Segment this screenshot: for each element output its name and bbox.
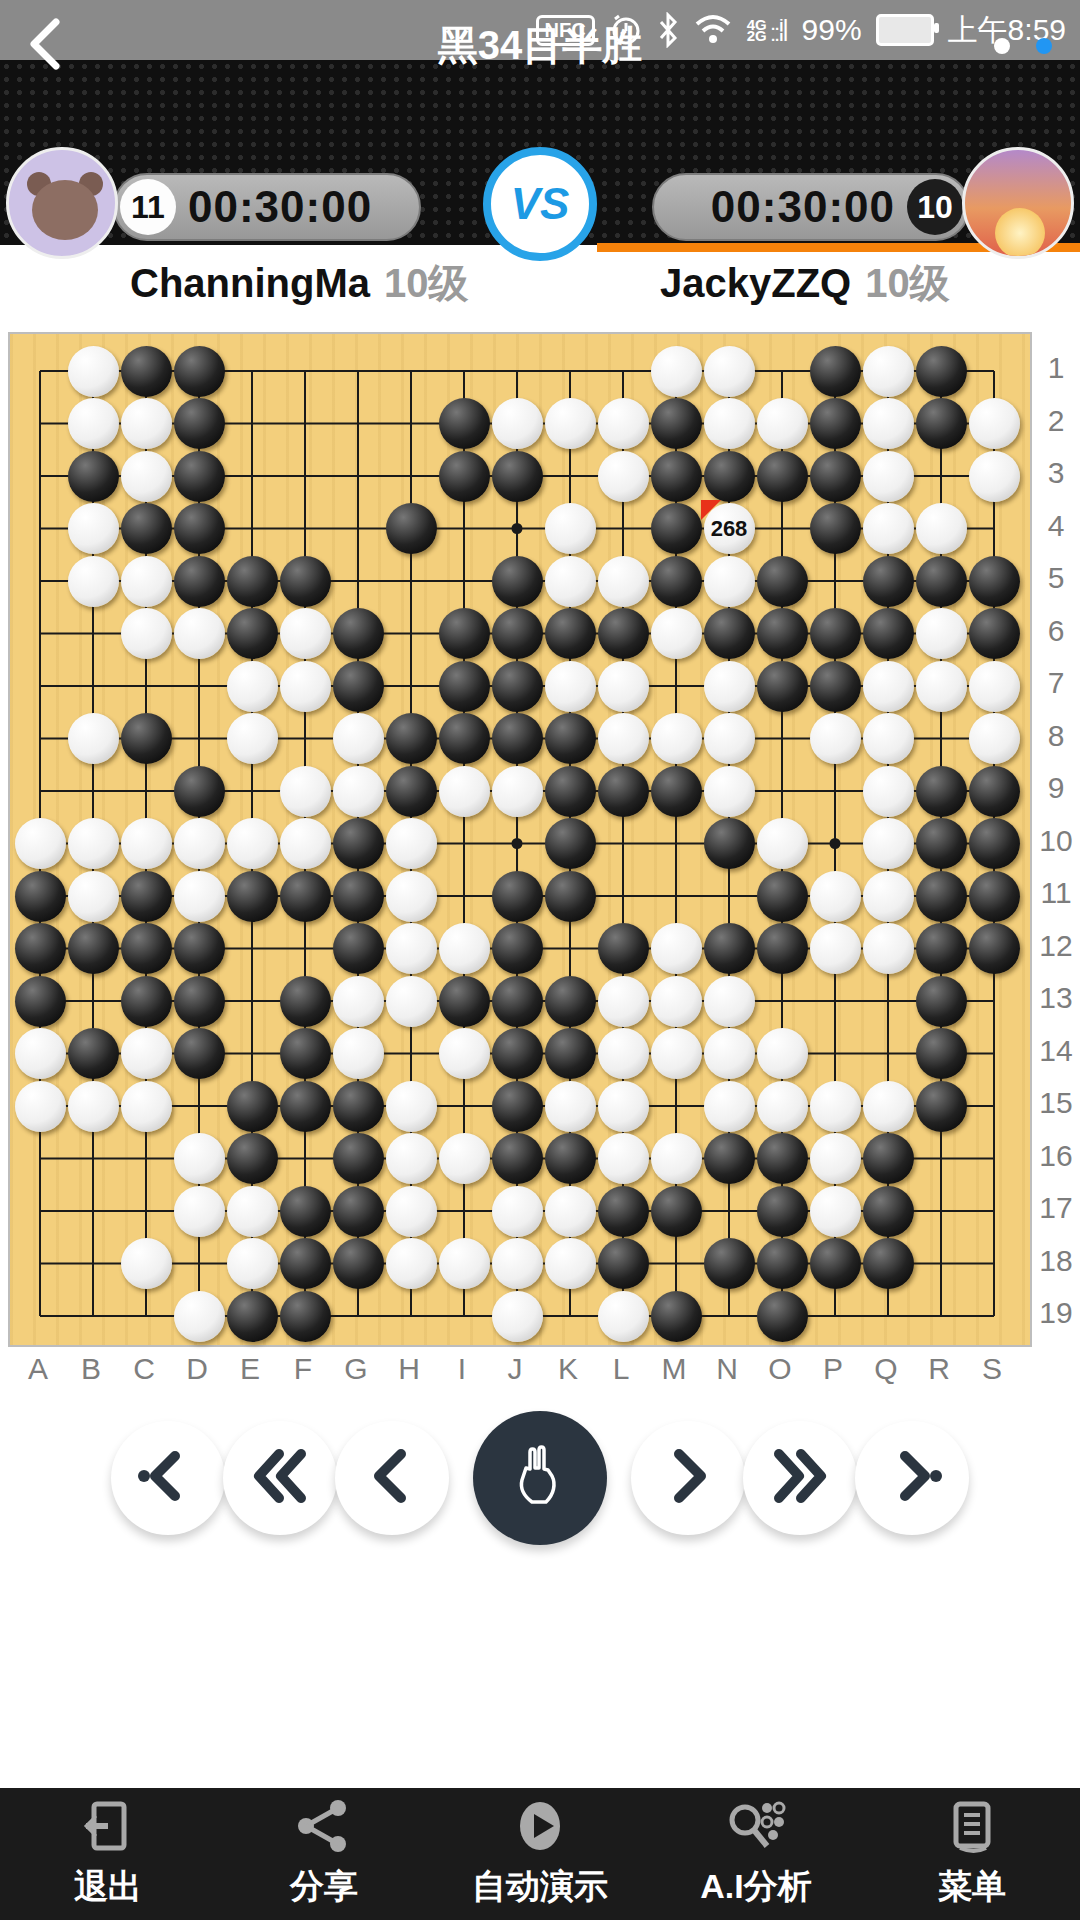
stone-white-K2 <box>545 398 596 449</box>
stone-white-Q10 <box>863 818 914 869</box>
stone-black-R11 <box>916 871 967 922</box>
stone-white-H17 <box>386 1186 437 1237</box>
stone-white-S7 <box>969 661 1020 712</box>
right-timer-pill: 00:30:00 10 <box>652 173 970 241</box>
stone-white-M12 <box>651 923 702 974</box>
stone-white-J18 <box>492 1238 543 1289</box>
col-label-G: G <box>330 1352 383 1386</box>
stone-white-I16 <box>439 1133 490 1184</box>
left-avatar[interactable] <box>6 147 118 259</box>
stone-white-N2 <box>704 398 755 449</box>
stone-black-A11 <box>15 871 66 922</box>
stone-black-G17 <box>333 1186 384 1237</box>
stone-white-D10 <box>174 818 225 869</box>
col-label-O: O <box>754 1352 807 1386</box>
stone-white-Q12 <box>863 923 914 974</box>
stone-white-K18 <box>545 1238 596 1289</box>
stone-white-C5 <box>121 556 172 607</box>
row-label-19: 19 <box>1036 1296 1076 1330</box>
stone-black-S6 <box>969 608 1020 659</box>
stone-black-D2 <box>174 398 225 449</box>
first-move-icon <box>133 1441 203 1515</box>
stone-white-P8 <box>810 713 861 764</box>
stone-black-L17 <box>598 1186 649 1237</box>
nav-back[interactable] <box>335 1421 449 1535</box>
stone-white-I12 <box>439 923 490 974</box>
stone-black-R9 <box>916 766 967 817</box>
stone-black-O11 <box>757 871 808 922</box>
stone-white-C14 <box>121 1028 172 1079</box>
row-label-8: 8 <box>1036 719 1076 753</box>
toolbar-share[interactable]: 分享 <box>234 1798 414 1910</box>
stone-white-S8 <box>969 713 1020 764</box>
col-label-B: B <box>65 1352 118 1386</box>
right-count-badge: 10 <box>907 179 963 235</box>
stone-white-A10 <box>15 818 66 869</box>
nav-first[interactable] <box>111 1421 225 1535</box>
nav-forward[interactable] <box>631 1421 745 1535</box>
stone-white-B4 <box>68 503 119 554</box>
stone-black-F5 <box>280 556 331 607</box>
stone-black-I3 <box>439 451 490 502</box>
stone-white-P16 <box>810 1133 861 1184</box>
col-label-H: H <box>383 1352 436 1386</box>
stone-black-C12 <box>121 923 172 974</box>
row-label-16: 16 <box>1036 1139 1076 1173</box>
left-timer-pill: 11 00:30:00 <box>113 173 421 241</box>
stone-black-Q5 <box>863 556 914 607</box>
stone-black-J5 <box>492 556 543 607</box>
left-count-badge: 11 <box>120 179 176 235</box>
stone-black-J7 <box>492 661 543 712</box>
stone-black-B14 <box>68 1028 119 1079</box>
fast-back-icon <box>245 1441 315 1515</box>
stone-white-M8 <box>651 713 702 764</box>
stone-white-N8 <box>704 713 755 764</box>
stone-black-E19 <box>227 1291 278 1342</box>
stone-white-N14 <box>704 1028 755 1079</box>
stone-black-R5 <box>916 556 967 607</box>
stone-white-G9 <box>333 766 384 817</box>
stone-black-C8 <box>121 713 172 764</box>
row-label-18: 18 <box>1036 1244 1076 1278</box>
stone-black-G16 <box>333 1133 384 1184</box>
stone-white-Q1 <box>863 346 914 397</box>
stone-white-M6 <box>651 608 702 659</box>
right-avatar[interactable] <box>962 147 1074 259</box>
row-label-10: 10 <box>1036 824 1076 858</box>
stone-white-J2 <box>492 398 543 449</box>
toolbar-ai[interactable]: A.I分析 <box>666 1798 846 1910</box>
stone-black-K6 <box>545 608 596 659</box>
row-label-12: 12 <box>1036 929 1076 963</box>
stone-white-F9 <box>280 766 331 817</box>
toolbar-autoplay-label: 自动演示 <box>472 1864 608 1910</box>
stone-black-H9 <box>386 766 437 817</box>
stone-black-L9 <box>598 766 649 817</box>
stone-black-D14 <box>174 1028 225 1079</box>
stone-black-M9 <box>651 766 702 817</box>
stone-black-E16 <box>227 1133 278 1184</box>
col-label-N: N <box>701 1352 754 1386</box>
row-label-1: 1 <box>1036 351 1076 385</box>
col-label-K: K <box>542 1352 595 1386</box>
stone-white-D17 <box>174 1186 225 1237</box>
stone-black-O19 <box>757 1291 808 1342</box>
stone-white-J17 <box>492 1186 543 1237</box>
stone-black-D12 <box>174 923 225 974</box>
stone-white-D16 <box>174 1133 225 1184</box>
stone-white-Q15 <box>863 1081 914 1132</box>
stone-black-F18 <box>280 1238 331 1289</box>
stone-black-M3 <box>651 451 702 502</box>
stone-black-R14 <box>916 1028 967 1079</box>
stone-black-L6 <box>598 608 649 659</box>
row-label-14: 14 <box>1036 1034 1076 1068</box>
nav-last[interactable] <box>855 1421 969 1535</box>
col-label-P: P <box>807 1352 860 1386</box>
stone-white-N7 <box>704 661 755 712</box>
stone-white-L5 <box>598 556 649 607</box>
stone-black-F15 <box>280 1081 331 1132</box>
avatar-decoration <box>32 180 98 240</box>
stone-white-F6 <box>280 608 331 659</box>
stone-black-N12 <box>704 923 755 974</box>
stone-white-D19 <box>174 1291 225 1342</box>
stone-black-M17 <box>651 1186 702 1237</box>
row-label-15: 15 <box>1036 1086 1076 1120</box>
nav-fast-back[interactable] <box>223 1421 337 1535</box>
stone-black-E6 <box>227 608 278 659</box>
stone-black-G7 <box>333 661 384 712</box>
col-label-D: D <box>171 1352 224 1386</box>
toolbar-menu[interactable]: 菜单 <box>882 1798 1062 1910</box>
stone-black-Q6 <box>863 608 914 659</box>
stone-black-G12 <box>333 923 384 974</box>
stone-black-I13 <box>439 976 490 1027</box>
stone-black-D1 <box>174 346 225 397</box>
stone-black-H8 <box>386 713 437 764</box>
stone-white-B11 <box>68 871 119 922</box>
col-label-I: I <box>436 1352 489 1386</box>
toolbar-autoplay[interactable]: 自动演示 <box>450 1798 630 1910</box>
stone-white-L19 <box>598 1291 649 1342</box>
stone-white-N5 <box>704 556 755 607</box>
stone-white-L2 <box>598 398 649 449</box>
stone-black-P1 <box>810 346 861 397</box>
stone-black-S9 <box>969 766 1020 817</box>
stone-white-B1 <box>68 346 119 397</box>
row-label-9: 9 <box>1036 771 1076 805</box>
page-title: 黑34目半胜 <box>0 18 1080 73</box>
stone-black-C13 <box>121 976 172 1027</box>
col-label-Q: Q <box>860 1352 913 1386</box>
stone-white-G13 <box>333 976 384 1027</box>
stone-black-J15 <box>492 1081 543 1132</box>
row-label-3: 3 <box>1036 456 1076 490</box>
page-dots[interactable] <box>994 38 1052 54</box>
stone-white-O2 <box>757 398 808 449</box>
stone-black-I6 <box>439 608 490 659</box>
stone-black-G6 <box>333 608 384 659</box>
stone-black-C4 <box>121 503 172 554</box>
stone-white-Q4 <box>863 503 914 554</box>
ai-icon <box>725 1798 787 1858</box>
stone-white-E18 <box>227 1238 278 1289</box>
stone-white-N1 <box>704 346 755 397</box>
stone-black-M5 <box>651 556 702 607</box>
right-timer: 00:30:00 <box>699 182 907 232</box>
stone-black-D4 <box>174 503 225 554</box>
stone-black-I7 <box>439 661 490 712</box>
stone-black-B12 <box>68 923 119 974</box>
stone-white-L3 <box>598 451 649 502</box>
vs-badge: VS <box>483 147 597 261</box>
stone-white-Q7 <box>863 661 914 712</box>
stone-black-O6 <box>757 608 808 659</box>
page-dot-1[interactable] <box>994 38 1010 54</box>
stone-white-S3 <box>969 451 1020 502</box>
stone-white-B5 <box>68 556 119 607</box>
stone-white-Q11 <box>863 871 914 922</box>
stone-black-J14 <box>492 1028 543 1079</box>
back-icon <box>357 1441 427 1515</box>
last-move-number: 268 <box>704 503 755 554</box>
row-label-17: 17 <box>1036 1191 1076 1225</box>
stone-black-G10 <box>333 818 384 869</box>
stone-black-O5 <box>757 556 808 607</box>
col-label-J: J <box>489 1352 542 1386</box>
stone-white-E17 <box>227 1186 278 1237</box>
stone-black-J12 <box>492 923 543 974</box>
col-label-R: R <box>913 1352 966 1386</box>
stone-black-O16 <box>757 1133 808 1184</box>
stone-black-G15 <box>333 1081 384 1132</box>
row-label-6: 6 <box>1036 614 1076 648</box>
stone-black-S12 <box>969 923 1020 974</box>
stone-white-B8 <box>68 713 119 764</box>
left-player-name: ChanningMa10级 <box>130 256 468 311</box>
stone-black-S11 <box>969 871 1020 922</box>
stone-white-I14 <box>439 1028 490 1079</box>
stone-black-J6 <box>492 608 543 659</box>
stone-white-D11 <box>174 871 225 922</box>
toolbar-exit[interactable]: 退出 <box>18 1798 198 1910</box>
stone-white-F7 <box>280 661 331 712</box>
stone-black-L12 <box>598 923 649 974</box>
stone-white-P17 <box>810 1186 861 1237</box>
nav-fast-forward[interactable] <box>743 1421 857 1535</box>
stone-black-D3 <box>174 451 225 502</box>
stone-black-S5 <box>969 556 1020 607</box>
stone-black-E5 <box>227 556 278 607</box>
menu-icon <box>944 1798 1000 1858</box>
stone-black-F11 <box>280 871 331 922</box>
toolbar-exit-label: 退出 <box>74 1864 142 1910</box>
stone-black-P4 <box>810 503 861 554</box>
stone-black-D13 <box>174 976 225 1027</box>
stone-white-H10 <box>386 818 437 869</box>
stone-black-P3 <box>810 451 861 502</box>
stone-black-R1 <box>916 346 967 397</box>
stone-white-R6 <box>916 608 967 659</box>
avatar-decoration <box>53 212 79 230</box>
stone-white-J9 <box>492 766 543 817</box>
stone-white-M13 <box>651 976 702 1027</box>
stone-white-C18 <box>121 1238 172 1289</box>
stone-white-Q8 <box>863 713 914 764</box>
stone-white-I18 <box>439 1238 490 1289</box>
stone-black-R12 <box>916 923 967 974</box>
stone-white-H16 <box>386 1133 437 1184</box>
fast-forward-icon <box>765 1441 835 1515</box>
stone-black-K16 <box>545 1133 596 1184</box>
stone-white-H11 <box>386 871 437 922</box>
stone-white-R7 <box>916 661 967 712</box>
stone-black-D9 <box>174 766 225 817</box>
stone-black-J16 <box>492 1133 543 1184</box>
nav-hand[interactable] <box>473 1411 607 1545</box>
stone-white-K15 <box>545 1081 596 1132</box>
stone-white-P11 <box>810 871 861 922</box>
stone-black-M4 <box>651 503 702 554</box>
stone-black-K9 <box>545 766 596 817</box>
stone-white-B15 <box>68 1081 119 1132</box>
col-label-F: F <box>277 1352 330 1386</box>
stone-white-N4: 268 <box>704 503 755 554</box>
stone-white-G14 <box>333 1028 384 1079</box>
stone-black-F19 <box>280 1291 331 1342</box>
stone-black-G18 <box>333 1238 384 1289</box>
stone-white-L13 <box>598 976 649 1027</box>
stone-black-J13 <box>492 976 543 1027</box>
stone-white-L7 <box>598 661 649 712</box>
stone-black-O18 <box>757 1238 808 1289</box>
stone-white-C15 <box>121 1081 172 1132</box>
stone-black-K13 <box>545 976 596 1027</box>
stone-white-B10 <box>68 818 119 869</box>
stone-white-L8 <box>598 713 649 764</box>
exit-icon <box>80 1798 136 1858</box>
stone-black-Q18 <box>863 1238 914 1289</box>
stone-white-D6 <box>174 608 225 659</box>
stone-black-K11 <box>545 871 596 922</box>
stone-white-C6 <box>121 608 172 659</box>
stone-black-M19 <box>651 1291 702 1342</box>
row-label-7: 7 <box>1036 666 1076 700</box>
col-label-M: M <box>648 1352 701 1386</box>
stone-black-K14 <box>545 1028 596 1079</box>
stone-white-O15 <box>757 1081 808 1132</box>
stone-black-D5 <box>174 556 225 607</box>
row-label-11: 11 <box>1036 876 1076 910</box>
stone-white-G8 <box>333 713 384 764</box>
stone-white-A14 <box>15 1028 66 1079</box>
stone-black-R13 <box>916 976 967 1027</box>
stone-black-P6 <box>810 608 861 659</box>
stone-black-S10 <box>969 818 1020 869</box>
stone-black-B3 <box>68 451 119 502</box>
stone-white-L14 <box>598 1028 649 1079</box>
toolbar-ai-label: A.I分析 <box>700 1864 811 1910</box>
stone-white-J19 <box>492 1291 543 1342</box>
stone-white-Q9 <box>863 766 914 817</box>
stone-white-N13 <box>704 976 755 1027</box>
stone-black-N18 <box>704 1238 755 1289</box>
stone-black-O3 <box>757 451 808 502</box>
stone-white-Q2 <box>863 398 914 449</box>
share-icon <box>296 1798 352 1858</box>
stone-black-P2 <box>810 398 861 449</box>
col-label-E: E <box>224 1352 277 1386</box>
stone-black-K8 <box>545 713 596 764</box>
stone-black-P18 <box>810 1238 861 1289</box>
stone-black-F17 <box>280 1186 331 1237</box>
row-label-13: 13 <box>1036 981 1076 1015</box>
stone-black-G11 <box>333 871 384 922</box>
row-label-5: 5 <box>1036 561 1076 595</box>
stone-white-H13 <box>386 976 437 1027</box>
stone-white-E8 <box>227 713 278 764</box>
stone-white-K17 <box>545 1186 596 1237</box>
stone-black-J8 <box>492 713 543 764</box>
stone-black-R15 <box>916 1081 967 1132</box>
stone-black-E11 <box>227 871 278 922</box>
stone-black-N6 <box>704 608 755 659</box>
stone-white-B2 <box>68 398 119 449</box>
stone-white-K7 <box>545 661 596 712</box>
avatar-decoration <box>995 208 1045 258</box>
stone-white-O14 <box>757 1028 808 1079</box>
bottom-toolbar: 退出 分享 自动演示 A.I分析 菜单 <box>0 1788 1080 1920</box>
stone-black-I2 <box>439 398 490 449</box>
left-timer: 00:30:00 <box>176 182 384 232</box>
left-player-rank: 10级 <box>384 261 469 305</box>
hand-icon <box>502 1438 578 1518</box>
stone-white-P12 <box>810 923 861 974</box>
stone-black-R10 <box>916 818 967 869</box>
col-label-S: S <box>966 1352 1019 1386</box>
stone-white-C10 <box>121 818 172 869</box>
stone-black-R2 <box>916 398 967 449</box>
autoplay-icon <box>512 1798 568 1858</box>
forward-icon <box>653 1441 723 1515</box>
right-player-rank: 10级 <box>865 261 950 305</box>
stone-white-C2 <box>121 398 172 449</box>
stone-black-L18 <box>598 1238 649 1289</box>
col-label-C: C <box>118 1352 171 1386</box>
stone-white-L16 <box>598 1133 649 1184</box>
right-player-name: JackyZZQ10级 <box>660 256 950 311</box>
stone-white-H15 <box>386 1081 437 1132</box>
stone-black-O17 <box>757 1186 808 1237</box>
stone-black-Q17 <box>863 1186 914 1237</box>
row-label-4: 4 <box>1036 509 1076 543</box>
stone-black-C11 <box>121 871 172 922</box>
stone-white-N9 <box>704 766 755 817</box>
stone-white-S2 <box>969 398 1020 449</box>
stone-black-J3 <box>492 451 543 502</box>
stone-black-M2 <box>651 398 702 449</box>
stone-black-N16 <box>704 1133 755 1184</box>
stone-black-Q16 <box>863 1133 914 1184</box>
stone-black-J11 <box>492 871 543 922</box>
stone-black-F14 <box>280 1028 331 1079</box>
go-board[interactable]: 268 <box>8 332 1032 1347</box>
stone-white-H18 <box>386 1238 437 1289</box>
stone-black-N10 <box>704 818 755 869</box>
page-dot-2[interactable] <box>1036 38 1052 54</box>
